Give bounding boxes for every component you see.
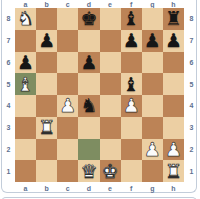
rank-label-8: 8 — [186, 8, 197, 30]
white-knight-piece[interactable]: ♞ — [17, 9, 34, 28]
square-f7[interactable]: ♟ — [121, 30, 142, 52]
square-h4[interactable] — [163, 95, 184, 117]
square-b6[interactable] — [36, 52, 57, 74]
square-f5[interactable]: ♝ — [121, 73, 142, 95]
square-a1[interactable] — [15, 160, 36, 182]
rank-label-2: 2 — [186, 139, 197, 161]
square-h6[interactable] — [163, 52, 184, 74]
white-pawn-piece[interactable]: ♟ — [144, 140, 161, 159]
square-a3[interactable] — [15, 117, 36, 139]
square-a7[interactable] — [15, 30, 36, 52]
file-label-a: a — [15, 0, 36, 8]
square-d2[interactable] — [78, 139, 99, 161]
square-h7[interactable]: ♟ — [163, 30, 184, 52]
square-a6[interactable]: ♟ — [15, 52, 36, 74]
square-h2[interactable]: ♟ — [163, 139, 184, 161]
white-queen-piece[interactable]: ♛ — [80, 162, 97, 181]
rank-label-6: 6 — [3, 52, 14, 74]
rank-label-4: 4 — [186, 95, 197, 117]
black-pawn-piece[interactable]: ♟ — [80, 53, 97, 72]
file-label-d: d — [78, 0, 99, 8]
square-g5[interactable] — [142, 73, 163, 95]
rank-label-2: 2 — [3, 139, 14, 161]
black-pawn-piece[interactable]: ♟ — [144, 31, 161, 50]
ranks-left: 87654321 — [3, 8, 14, 182]
black-knight-piece[interactable]: ♞ — [80, 96, 97, 115]
file-label-g: g — [142, 184, 163, 192]
rank-label-7: 7 — [3, 30, 14, 52]
square-g4[interactable] — [142, 95, 163, 117]
square-d8[interactable]: ♚ — [78, 8, 99, 30]
rank-label-1: 1 — [186, 160, 197, 182]
file-label-b: b — [36, 0, 57, 8]
square-f6[interactable] — [121, 52, 142, 74]
square-b2[interactable] — [36, 139, 57, 161]
black-pawn-piece[interactable]: ♟ — [17, 53, 34, 72]
square-e4[interactable] — [100, 95, 121, 117]
square-c1[interactable] — [57, 160, 78, 182]
black-rook-piece[interactable]: ♜ — [165, 9, 182, 28]
rank-label-5: 5 — [186, 73, 197, 95]
square-e6[interactable] — [100, 52, 121, 74]
file-label-f: f — [121, 184, 142, 192]
square-b7[interactable]: ♟ — [36, 30, 57, 52]
rank-label-3: 3 — [3, 117, 14, 139]
square-e8[interactable] — [100, 8, 121, 30]
square-e5[interactable] — [100, 73, 121, 95]
square-b8[interactable] — [36, 8, 57, 30]
black-pawn-piece[interactable]: ♟ — [38, 31, 55, 50]
square-c7[interactable] — [57, 30, 78, 52]
square-f2[interactable] — [121, 139, 142, 161]
square-b5[interactable] — [36, 73, 57, 95]
rank-label-5: 5 — [3, 73, 14, 95]
square-h5[interactable] — [163, 73, 184, 95]
rank-label-1: 1 — [3, 160, 14, 182]
square-c4[interactable]: ♟ — [57, 95, 78, 117]
square-e1[interactable]: ♚ — [100, 160, 121, 182]
square-a4[interactable] — [15, 95, 36, 117]
square-b3[interactable]: ♜ — [36, 117, 57, 139]
rank-label-6: 6 — [186, 52, 197, 74]
square-c6[interactable] — [57, 52, 78, 74]
square-d6[interactable]: ♟ — [78, 52, 99, 74]
white-king-piece[interactable]: ♚ — [102, 162, 119, 181]
rank-label-8: 8 — [3, 8, 14, 30]
square-h1[interactable]: ♜ — [163, 160, 184, 182]
file-label-e: e — [100, 184, 121, 192]
square-g1[interactable] — [142, 160, 163, 182]
white-pawn-piece[interactable]: ♟ — [165, 140, 182, 159]
square-b4[interactable] — [36, 95, 57, 117]
file-label-h: h — [163, 184, 184, 192]
square-e3[interactable] — [100, 117, 121, 139]
board-panel: abcdefgh 87654321 ♞♚♝♜♟♟♟♟♟♟♝♝♟♞♟♜♟♟♛♚♜ … — [1, 0, 197, 193]
square-c2[interactable] — [57, 139, 78, 161]
files-bottom: abcdefgh — [15, 184, 184, 192]
square-h3[interactable] — [163, 117, 184, 139]
file-label-c: c — [57, 184, 78, 192]
square-g2[interactable]: ♟ — [142, 139, 163, 161]
black-bishop-piece[interactable]: ♝ — [123, 75, 140, 94]
white-rook-piece[interactable]: ♜ — [38, 118, 55, 137]
white-pawn-piece[interactable]: ♟ — [59, 96, 76, 115]
file-label-g: g — [142, 0, 163, 8]
square-f1[interactable] — [121, 160, 142, 182]
file-label-a: a — [15, 184, 36, 192]
chess-board: ♞♚♝♜♟♟♟♟♟♟♝♝♟♞♟♜♟♟♛♚♜ — [15, 8, 184, 182]
rank-label-4: 4 — [3, 95, 14, 117]
rank-label-3: 3 — [186, 117, 197, 139]
black-king-piece[interactable]: ♚ — [80, 9, 97, 28]
rank-label-7: 7 — [186, 30, 197, 52]
square-c8[interactable] — [57, 8, 78, 30]
square-h8[interactable]: ♜ — [163, 8, 184, 30]
square-a8[interactable]: ♞ — [15, 8, 36, 30]
square-d5[interactable] — [78, 73, 99, 95]
file-label-f: f — [121, 0, 142, 8]
black-pawn-piece[interactable]: ♟ — [123, 31, 140, 50]
white-pawn-piece[interactable]: ♟ — [123, 96, 140, 115]
square-d1[interactable]: ♛ — [78, 160, 99, 182]
square-a2[interactable] — [15, 139, 36, 161]
square-f3[interactable] — [121, 117, 142, 139]
file-label-c: c — [57, 0, 78, 8]
square-e7[interactable] — [100, 30, 121, 52]
square-d3[interactable] — [78, 117, 99, 139]
square-c5[interactable] — [57, 73, 78, 95]
white-rook-piece[interactable]: ♜ — [165, 162, 182, 181]
square-g6[interactable] — [142, 52, 163, 74]
black-bishop-piece[interactable]: ♝ — [123, 9, 140, 28]
square-g8[interactable] — [142, 8, 163, 30]
ranks-right: 87654321 — [186, 8, 197, 182]
files-top: abcdefgh — [15, 0, 184, 8]
file-label-b: b — [36, 184, 57, 192]
square-c3[interactable] — [57, 117, 78, 139]
square-d4[interactable]: ♞ — [78, 95, 99, 117]
white-bishop-piece[interactable]: ♝ — [17, 75, 34, 94]
square-d7[interactable] — [78, 30, 99, 52]
square-e2[interactable] — [100, 139, 121, 161]
square-g3[interactable] — [142, 117, 163, 139]
file-label-e: e — [100, 0, 121, 8]
lower-panel-edge — [1, 197, 197, 199]
file-label-h: h — [163, 0, 184, 8]
square-g7[interactable]: ♟ — [142, 30, 163, 52]
square-f8[interactable]: ♝ — [121, 8, 142, 30]
file-label-d: d — [78, 184, 99, 192]
square-a5[interactable]: ♝ — [15, 73, 36, 95]
black-pawn-piece[interactable]: ♟ — [165, 31, 182, 50]
square-f4[interactable]: ♟ — [121, 95, 142, 117]
square-b1[interactable] — [36, 160, 57, 182]
